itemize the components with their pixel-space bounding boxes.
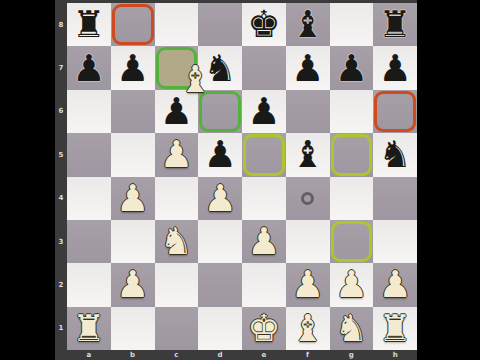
square-h7[interactable]: ♟ — [373, 46, 417, 89]
square-e2[interactable] — [242, 263, 286, 306]
black-knight: ♞ — [379, 136, 412, 173]
black-pawn: ♟ — [247, 93, 280, 130]
square-a7[interactable]: ♟ — [67, 46, 111, 89]
square-g6[interactable] — [330, 90, 374, 133]
white-bishop: ♝ — [291, 310, 324, 347]
square-c3[interactable]: ♞ — [155, 220, 199, 263]
square-d5[interactable]: ♟ — [198, 133, 242, 176]
square-c4[interactable] — [155, 177, 199, 220]
square-d3[interactable] — [198, 220, 242, 263]
square-c7[interactable] — [155, 46, 199, 89]
chess-board[interactable]: ♜♚♝♜♟♟♞♟♟♟♟♟♟♟♝♞♟♟♞♟♟♟♟♟♜♚♝♞♜♝ — [67, 3, 417, 350]
white-rook: ♜ — [379, 310, 412, 347]
square-f2[interactable]: ♟ — [286, 263, 330, 306]
highlight-yellow-green-g3 — [331, 221, 373, 262]
white-pawn: ♟ — [116, 180, 149, 217]
square-b1[interactable] — [111, 307, 155, 350]
white-pawn: ♟ — [335, 266, 368, 303]
highlight-red-b8 — [112, 4, 154, 45]
file-label-b: b — [111, 350, 155, 360]
white-pawn: ♟ — [247, 223, 280, 260]
square-a5[interactable] — [67, 133, 111, 176]
square-f7[interactable]: ♟ — [286, 46, 330, 89]
square-b8[interactable] — [111, 3, 155, 46]
white-knight: ♞ — [335, 310, 368, 347]
square-f4[interactable] — [286, 177, 330, 220]
white-rook: ♜ — [72, 310, 105, 347]
square-d7[interactable]: ♞ — [198, 46, 242, 89]
square-e7[interactable] — [242, 46, 286, 89]
board-frame: ♜♚♝♜♟♟♞♟♟♟♟♟♟♟♝♞♟♟♞♟♟♟♟♟♜♚♝♞♜♝ 87654321 … — [55, 0, 417, 360]
highlight-red-h6 — [374, 91, 416, 132]
right-black-bar — [417, 0, 480, 360]
highlight-green-c7 — [156, 47, 198, 88]
square-c6[interactable]: ♟ — [155, 90, 199, 133]
left-black-bar — [0, 0, 55, 360]
square-a4[interactable] — [67, 177, 111, 220]
video-frame: ♜♚♝♜♟♟♞♟♟♟♟♟♟♟♝♞♟♟♞♟♟♟♟♟♜♚♝♞♜♝ 87654321 … — [0, 0, 480, 360]
black-bishop: ♝ — [291, 6, 324, 43]
square-e1[interactable]: ♚ — [242, 307, 286, 350]
black-bishop: ♝ — [291, 136, 324, 173]
square-c2[interactable] — [155, 263, 199, 306]
file-label-f: f — [286, 350, 330, 360]
rank-label-6: 6 — [55, 90, 67, 133]
square-d1[interactable] — [198, 307, 242, 350]
square-h1[interactable]: ♜ — [373, 307, 417, 350]
white-pawn: ♟ — [379, 266, 412, 303]
black-pawn: ♟ — [335, 50, 368, 87]
square-h8[interactable]: ♜ — [373, 3, 417, 46]
file-label-c: c — [155, 350, 199, 360]
black-king: ♚ — [247, 6, 280, 43]
file-label-d: d — [198, 350, 242, 360]
black-rook: ♜ — [379, 6, 412, 43]
square-h5[interactable]: ♞ — [373, 133, 417, 176]
square-g7[interactable]: ♟ — [330, 46, 374, 89]
highlight-green-d6 — [199, 91, 241, 132]
black-pawn: ♟ — [116, 50, 149, 87]
rank-label-5: 5 — [55, 133, 67, 176]
rank-label-4: 4 — [55, 177, 67, 220]
square-f1[interactable]: ♝ — [286, 307, 330, 350]
square-d4[interactable]: ♟ — [198, 177, 242, 220]
square-b3[interactable] — [111, 220, 155, 263]
rank-label-7: 7 — [55, 46, 67, 89]
white-knight: ♞ — [160, 223, 193, 260]
rank-label-2: 2 — [55, 263, 67, 306]
rank-label-1: 1 — [55, 307, 67, 350]
white-pawn: ♟ — [116, 266, 149, 303]
square-h6[interactable] — [373, 90, 417, 133]
square-d2[interactable] — [198, 263, 242, 306]
white-pawn: ♟ — [204, 180, 237, 217]
square-h4[interactable] — [373, 177, 417, 220]
square-b5[interactable] — [111, 133, 155, 176]
highlight-yellow-green-g5 — [331, 134, 373, 175]
square-b2[interactable]: ♟ — [111, 263, 155, 306]
black-knight: ♞ — [204, 50, 237, 87]
square-g5[interactable] — [330, 133, 374, 176]
highlight-yellow-green-e5 — [243, 134, 285, 175]
square-f3[interactable] — [286, 220, 330, 263]
square-d6[interactable] — [198, 90, 242, 133]
square-b4[interactable]: ♟ — [111, 177, 155, 220]
square-e5[interactable] — [242, 133, 286, 176]
square-c5[interactable]: ♟ — [155, 133, 199, 176]
black-pawn: ♟ — [72, 50, 105, 87]
square-e3[interactable]: ♟ — [242, 220, 286, 263]
square-b6[interactable] — [111, 90, 155, 133]
square-a3[interactable] — [67, 220, 111, 263]
rank-label-3: 3 — [55, 220, 67, 263]
square-a1[interactable]: ♜ — [67, 307, 111, 350]
white-pawn: ♟ — [160, 136, 193, 173]
square-c8[interactable] — [155, 3, 199, 46]
square-g3[interactable] — [330, 220, 374, 263]
white-pawn: ♟ — [291, 266, 324, 303]
rank-label-8: 8 — [55, 3, 67, 46]
square-f8[interactable]: ♝ — [286, 3, 330, 46]
black-pawn: ♟ — [204, 136, 237, 173]
file-label-a: a — [67, 350, 111, 360]
file-label-g: g — [330, 350, 374, 360]
square-a6[interactable] — [67, 90, 111, 133]
file-label-e: e — [242, 350, 286, 360]
square-e8[interactable]: ♚ — [242, 3, 286, 46]
square-g2[interactable]: ♟ — [330, 263, 374, 306]
black-pawn: ♟ — [160, 93, 193, 130]
square-g4[interactable] — [330, 177, 374, 220]
square-d8[interactable] — [198, 3, 242, 46]
square-f5[interactable]: ♝ — [286, 133, 330, 176]
black-pawn: ♟ — [379, 50, 412, 87]
circle-annotation-f4 — [301, 192, 314, 205]
square-e6[interactable]: ♟ — [242, 90, 286, 133]
square-f6[interactable] — [286, 90, 330, 133]
square-h3[interactable] — [373, 220, 417, 263]
black-pawn: ♟ — [291, 50, 324, 87]
file-label-h: h — [373, 350, 417, 360]
square-h2[interactable]: ♟ — [373, 263, 417, 306]
square-a2[interactable] — [67, 263, 111, 306]
square-b7[interactable]: ♟ — [111, 46, 155, 89]
square-a8[interactable]: ♜ — [67, 3, 111, 46]
black-rook: ♜ — [72, 6, 105, 43]
square-c1[interactable] — [155, 307, 199, 350]
square-g1[interactable]: ♞ — [330, 307, 374, 350]
square-g8[interactable] — [330, 3, 374, 46]
white-king: ♚ — [247, 310, 280, 347]
square-e4[interactable] — [242, 177, 286, 220]
